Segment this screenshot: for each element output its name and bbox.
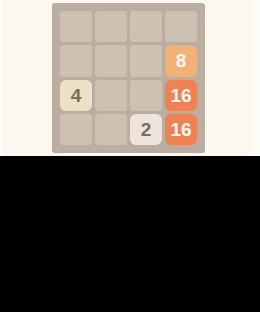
empty-cell-r1c0 xyxy=(60,45,92,76)
board-2048[interactable]: 8416216 xyxy=(52,3,205,153)
tile-16-r3c3: 16 xyxy=(165,114,197,145)
empty-cell-r3c1 xyxy=(95,114,127,145)
letterbox-black-area xyxy=(0,156,260,312)
empty-cell-r1c1 xyxy=(95,45,127,76)
empty-cell-r1c2 xyxy=(130,45,162,76)
game-viewport: 8416216 xyxy=(0,0,260,156)
tile-8-r1c3: 8 xyxy=(165,45,197,76)
empty-cell-r2c1 xyxy=(95,80,127,111)
tile-4-r2c0: 4 xyxy=(60,80,92,111)
empty-cell-r0c0 xyxy=(60,11,92,42)
empty-cell-r2c2 xyxy=(130,80,162,111)
window-edge-left xyxy=(0,0,2,156)
empty-cell-r3c0 xyxy=(60,114,92,145)
tile-2-r3c2: 2 xyxy=(130,114,162,145)
empty-cell-r0c3 xyxy=(165,11,197,42)
screen: 8416216 xyxy=(0,0,260,312)
tile-16-r2c3: 16 xyxy=(165,80,197,111)
empty-cell-r0c2 xyxy=(130,11,162,42)
empty-cell-r0c1 xyxy=(95,11,127,42)
window-edge-right xyxy=(252,0,260,156)
